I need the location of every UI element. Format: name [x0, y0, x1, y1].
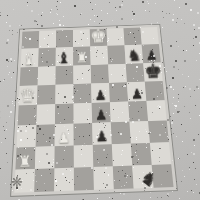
square-f7[interactable] — [107, 45, 125, 64]
white-queen[interactable]: ♛ — [18, 87, 37, 106]
square-f6[interactable] — [108, 63, 127, 82]
square-e7[interactable] — [90, 46, 108, 65]
square-h2[interactable] — [150, 142, 171, 165]
corner-emblem-scribble: ❋ — [11, 174, 23, 190]
black-pawn[interactable]: ♟ — [92, 130, 112, 145]
square-c3[interactable]: ♟ — [55, 124, 74, 146]
square-h4[interactable] — [146, 100, 166, 121]
chessboard: ♚♝♝♜♞♟♚♛♟♟♟♟♟♜♞ — [10, 24, 178, 197]
black-pawn[interactable]: ♟ — [91, 89, 110, 103]
square-e3[interactable]: ♟ — [92, 123, 112, 145]
square-g2[interactable] — [131, 142, 152, 165]
white-rook[interactable]: ♜ — [73, 51, 91, 66]
perspective-scene: ♚♝♝♜♞♟♚♛♟♟♟♟♟♜♞ — [0, 0, 200, 200]
square-f1[interactable] — [113, 165, 134, 189]
square-e5[interactable]: ♟ — [91, 83, 110, 103]
square-g6[interactable] — [126, 63, 145, 82]
black-pawn[interactable]: ♟ — [92, 109, 111, 124]
white-pawn[interactable]: ♟ — [54, 131, 74, 146]
square-c7[interactable]: ♝ — [56, 47, 74, 66]
square-a6[interactable] — [20, 66, 38, 85]
square-g4[interactable] — [128, 101, 148, 122]
board-photo: ♚♝♝♜♞♟♚♛♟♟♟♟♟♜♞ ∿∿∿∿∿ ❋ — [0, 0, 200, 200]
square-c6[interactable] — [55, 65, 73, 84]
square-e1[interactable] — [93, 166, 114, 190]
square-b6[interactable] — [38, 66, 56, 85]
square-d3[interactable] — [74, 123, 93, 145]
square-d4[interactable] — [73, 103, 92, 124]
square-h8[interactable] — [140, 27, 159, 45]
square-d5[interactable] — [73, 83, 91, 103]
square-b2[interactable] — [35, 146, 55, 169]
square-a3[interactable] — [17, 125, 37, 147]
square-a8[interactable] — [22, 31, 40, 49]
square-d2[interactable] — [74, 144, 94, 167]
square-g1[interactable]: ♞ — [132, 165, 153, 189]
square-d7[interactable]: ♜ — [73, 47, 91, 66]
square-c8[interactable] — [56, 30, 73, 48]
square-b1[interactable] — [34, 168, 54, 192]
black-knight[interactable]: ♞ — [125, 47, 143, 63]
white-bishop[interactable]: ♝ — [20, 51, 38, 67]
black-bishop[interactable]: ♝ — [55, 49, 73, 65]
square-f2[interactable] — [112, 143, 132, 166]
square-h3[interactable] — [148, 121, 169, 143]
square-b3[interactable] — [36, 125, 55, 147]
square-a4[interactable] — [18, 105, 37, 126]
square-f5[interactable] — [109, 82, 128, 102]
square-e6[interactable] — [91, 64, 109, 83]
black-king[interactable]: ♚ — [144, 61, 163, 81]
square-d1[interactable] — [74, 167, 94, 191]
square-b5[interactable] — [37, 85, 55, 105]
square-d8[interactable] — [73, 29, 90, 47]
square-c5[interactable] — [55, 84, 73, 104]
square-d6[interactable] — [73, 65, 91, 84]
square-c4[interactable] — [55, 104, 74, 125]
square-e8[interactable]: ♚ — [90, 29, 108, 47]
square-a2[interactable]: ♜ — [15, 146, 35, 169]
square-g7[interactable]: ♞ — [125, 45, 144, 64]
square-a5[interactable]: ♛ — [19, 85, 38, 105]
square-e4[interactable]: ♟ — [92, 102, 111, 123]
square-h5[interactable] — [145, 81, 165, 101]
square-b7[interactable] — [38, 48, 56, 67]
square-a7[interactable]: ♝ — [21, 48, 39, 67]
square-c1[interactable] — [54, 167, 74, 191]
square-g5[interactable]: ♟ — [127, 81, 146, 101]
black-knight[interactable]: ♞ — [136, 166, 163, 192]
square-f3[interactable] — [111, 122, 131, 144]
white-rook[interactable]: ♜ — [15, 153, 35, 169]
white-king[interactable]: ♚ — [90, 27, 108, 46]
square-b4[interactable] — [36, 104, 55, 125]
square-g3[interactable] — [129, 121, 149, 143]
square-e2[interactable] — [93, 144, 113, 167]
square-b8[interactable] — [39, 30, 56, 48]
square-f4[interactable] — [110, 102, 130, 123]
square-c2[interactable] — [54, 145, 73, 168]
square-g8[interactable] — [123, 28, 141, 46]
black-pawn[interactable]: ♟ — [128, 87, 147, 101]
square-f8[interactable] — [107, 28, 125, 46]
square-h6[interactable]: ♚ — [143, 62, 162, 81]
